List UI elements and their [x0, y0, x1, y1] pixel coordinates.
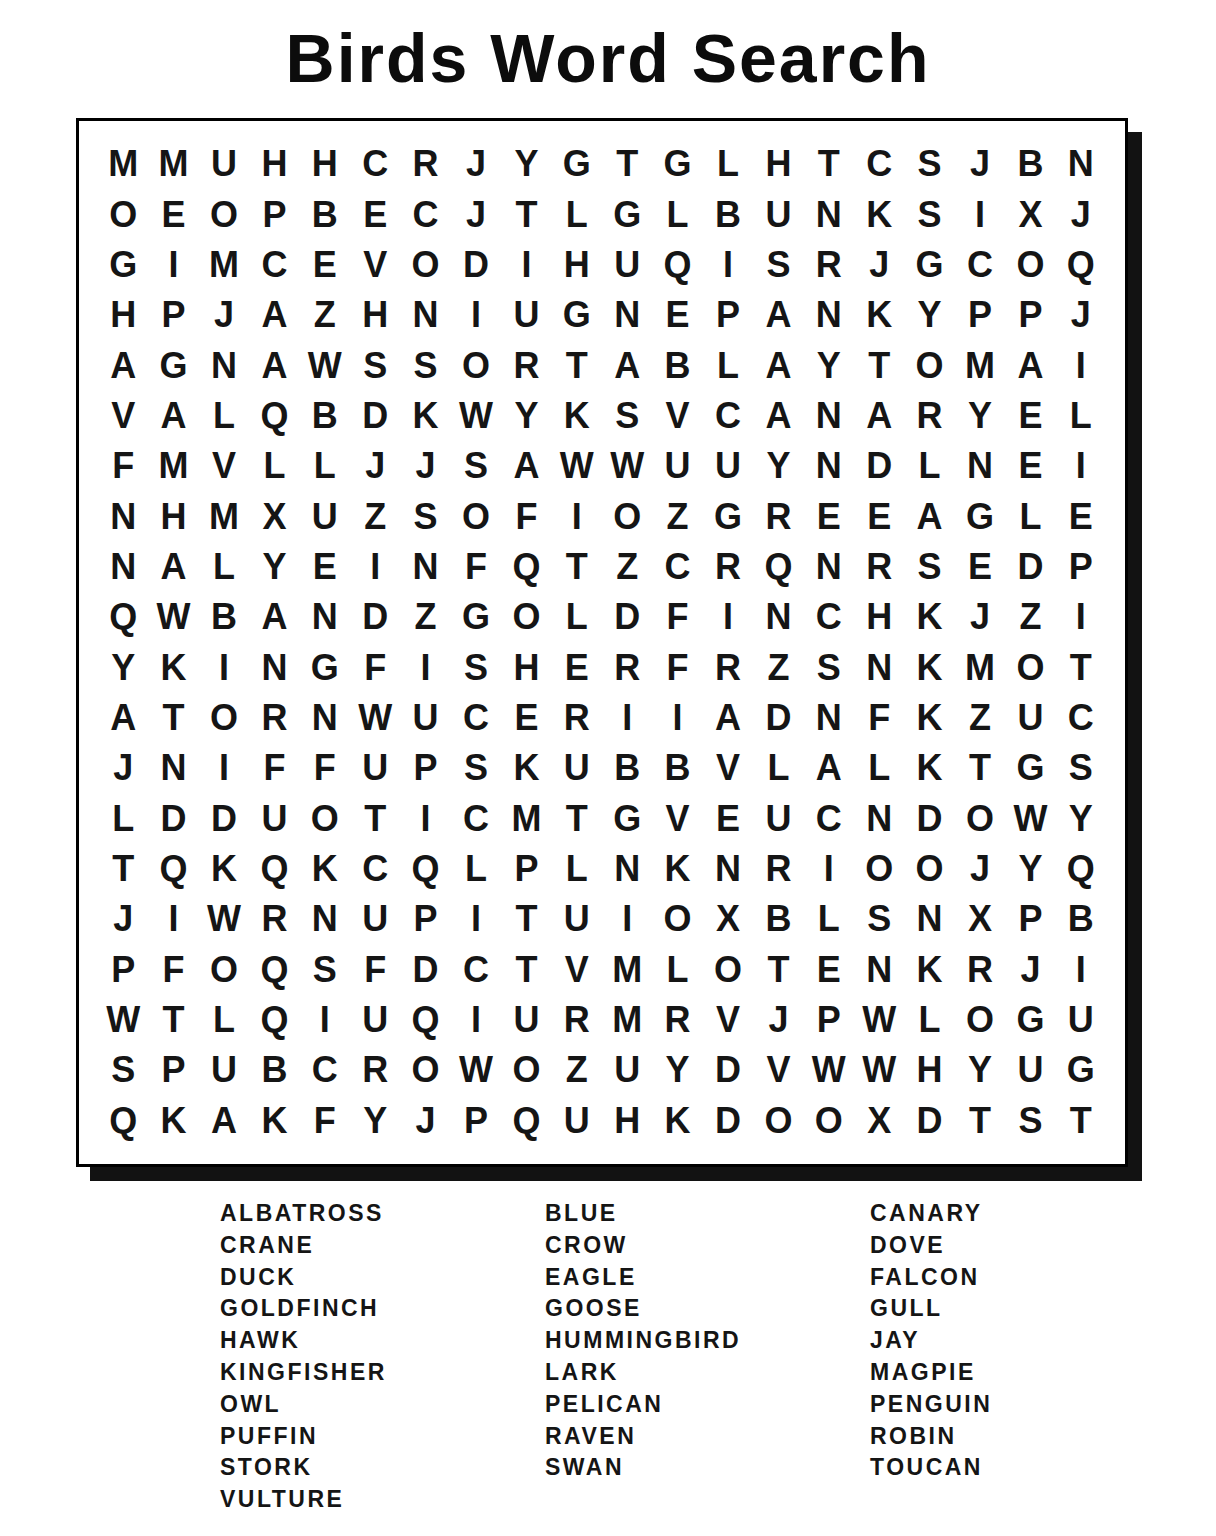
grid-cell[interactable]: R — [703, 542, 753, 592]
grid-cell[interactable]: P — [703, 290, 753, 340]
grid-cell[interactable]: W — [451, 391, 501, 441]
grid-cell[interactable]: J — [400, 441, 450, 491]
grid-cell[interactable]: O — [199, 945, 249, 995]
grid-cell[interactable]: A — [98, 693, 148, 743]
grid-cell[interactable]: C — [400, 189, 450, 239]
grid-cell[interactable]: A — [1005, 340, 1055, 390]
grid-cell[interactable]: V — [652, 391, 702, 441]
grid-cell[interactable]: I — [451, 290, 501, 340]
grid-cell[interactable]: Y — [955, 391, 1005, 441]
grid-cell[interactable]: R — [652, 995, 702, 1045]
grid-cell[interactable]: J — [1056, 290, 1106, 340]
grid-cell[interactable]: I — [804, 844, 854, 894]
grid-cell[interactable]: U — [199, 1045, 249, 1095]
grid-cell[interactable]: L — [199, 995, 249, 1045]
grid-cell[interactable]: H — [501, 642, 551, 692]
grid-cell[interactable]: B — [199, 592, 249, 642]
grid-cell[interactable]: F — [854, 693, 904, 743]
grid-cell[interactable]: A — [249, 290, 299, 340]
grid-cell[interactable]: C — [955, 240, 1005, 290]
grid-cell[interactable]: D — [904, 1096, 954, 1146]
grid-cell[interactable]: U — [552, 1096, 602, 1146]
grid-cell[interactable]: I — [350, 542, 400, 592]
grid-cell[interactable]: U — [753, 189, 803, 239]
grid-cell[interactable]: L — [904, 441, 954, 491]
grid-cell[interactable]: L — [854, 743, 904, 793]
grid-cell[interactable]: Y — [501, 139, 551, 189]
grid-cell[interactable]: A — [98, 340, 148, 390]
grid-cell[interactable]: W — [451, 1045, 501, 1095]
grid-cell[interactable]: Q — [501, 1096, 551, 1146]
grid-cell[interactable]: N — [98, 491, 148, 541]
grid-cell[interactable]: U — [1005, 1045, 1055, 1095]
grid-cell[interactable]: F — [652, 592, 702, 642]
grid-cell[interactable]: W — [1005, 794, 1055, 844]
grid-cell[interactable]: C — [652, 542, 702, 592]
grid-cell[interactable]: J — [451, 139, 501, 189]
grid-cell[interactable]: U — [350, 995, 400, 1045]
grid-cell[interactable]: R — [904, 391, 954, 441]
grid-cell[interactable]: M — [148, 139, 198, 189]
grid-cell[interactable]: P — [249, 189, 299, 239]
grid-cell[interactable]: O — [451, 491, 501, 541]
grid-cell[interactable]: R — [703, 642, 753, 692]
grid-cell[interactable]: Z — [552, 1045, 602, 1095]
grid-cell[interactable]: M — [148, 441, 198, 491]
grid-cell[interactable]: O — [602, 491, 652, 541]
grid-cell[interactable]: F — [350, 945, 400, 995]
grid-cell[interactable]: O — [1005, 642, 1055, 692]
grid-cell[interactable]: Y — [652, 1045, 702, 1095]
grid-cell[interactable]: J — [955, 592, 1005, 642]
grid-cell[interactable]: I — [1056, 340, 1106, 390]
grid-cell[interactable]: Y — [753, 441, 803, 491]
grid-cell[interactable]: U — [602, 1045, 652, 1095]
grid-cell[interactable]: Z — [753, 642, 803, 692]
grid-cell[interactable]: T — [501, 945, 551, 995]
grid-cell[interactable]: D — [602, 592, 652, 642]
grid-cell[interactable]: A — [854, 391, 904, 441]
grid-cell[interactable]: N — [804, 290, 854, 340]
grid-cell[interactable]: S — [400, 491, 450, 541]
grid-cell[interactable]: Q — [148, 844, 198, 894]
grid-cell[interactable]: F — [652, 642, 702, 692]
grid-cell[interactable]: T — [1056, 1096, 1106, 1146]
grid-cell[interactable]: C — [1056, 693, 1106, 743]
grid-cell[interactable]: M — [199, 491, 249, 541]
grid-cell[interactable]: O — [199, 693, 249, 743]
grid-cell[interactable]: I — [1056, 441, 1106, 491]
grid-cell[interactable]: J — [753, 995, 803, 1045]
grid-cell[interactable]: L — [652, 945, 702, 995]
grid-cell[interactable]: B — [300, 391, 350, 441]
grid-cell[interactable]: L — [199, 542, 249, 592]
grid-cell[interactable]: I — [148, 240, 198, 290]
grid-cell[interactable]: C — [451, 693, 501, 743]
grid-cell[interactable]: I — [1056, 592, 1106, 642]
grid-cell[interactable]: N — [804, 693, 854, 743]
grid-cell[interactable]: M — [955, 340, 1005, 390]
grid-cell[interactable]: B — [652, 340, 702, 390]
grid-cell[interactable]: B — [753, 894, 803, 944]
grid-cell[interactable]: D — [703, 1045, 753, 1095]
grid-cell[interactable]: U — [1056, 995, 1106, 1045]
grid-cell[interactable]: P — [1056, 542, 1106, 592]
grid-cell[interactable]: S — [753, 240, 803, 290]
grid-cell[interactable]: W — [148, 592, 198, 642]
grid-cell[interactable]: J — [350, 441, 400, 491]
grid-cell[interactable]: W — [602, 441, 652, 491]
grid-cell[interactable]: A — [804, 743, 854, 793]
grid-cell[interactable]: W — [350, 693, 400, 743]
grid-cell[interactable]: F — [98, 441, 148, 491]
grid-cell[interactable]: L — [904, 995, 954, 1045]
grid-cell[interactable]: G — [552, 290, 602, 340]
grid-cell[interactable]: P — [955, 290, 1005, 340]
grid-cell[interactable]: T — [148, 693, 198, 743]
grid-cell[interactable]: E — [1056, 491, 1106, 541]
grid-cell[interactable]: S — [1005, 1096, 1055, 1146]
grid-cell[interactable]: D — [753, 693, 803, 743]
grid-cell[interactable]: M — [602, 995, 652, 1045]
grid-cell[interactable]: E — [300, 542, 350, 592]
grid-cell[interactable]: R — [602, 642, 652, 692]
grid-cell[interactable]: N — [804, 189, 854, 239]
grid-cell[interactable]: I — [300, 995, 350, 1045]
grid-cell[interactable]: N — [148, 743, 198, 793]
grid-cell[interactable]: D — [703, 1096, 753, 1146]
grid-cell[interactable]: L — [451, 844, 501, 894]
grid-cell[interactable]: H — [552, 240, 602, 290]
grid-cell[interactable]: N — [854, 794, 904, 844]
grid-cell[interactable]: S — [602, 391, 652, 441]
grid-cell[interactable]: N — [199, 340, 249, 390]
grid-cell[interactable]: N — [300, 693, 350, 743]
grid-cell[interactable]: G — [602, 794, 652, 844]
grid-cell[interactable]: G — [148, 340, 198, 390]
grid-cell[interactable]: K — [854, 290, 904, 340]
grid-cell[interactable]: Y — [249, 542, 299, 592]
grid-cell[interactable]: L — [703, 340, 753, 390]
grid-cell[interactable]: I — [552, 491, 602, 541]
grid-cell[interactable]: R — [753, 491, 803, 541]
grid-cell[interactable]: E — [501, 693, 551, 743]
grid-cell[interactable]: J — [955, 844, 1005, 894]
grid-cell[interactable]: A — [753, 290, 803, 340]
grid-cell[interactable]: K — [652, 1096, 702, 1146]
grid-cell[interactable]: X — [955, 894, 1005, 944]
grid-cell[interactable]: P — [98, 945, 148, 995]
grid-cell[interactable]: D — [350, 391, 400, 441]
grid-cell[interactable]: K — [400, 391, 450, 441]
grid-cell[interactable]: G — [552, 139, 602, 189]
grid-cell[interactable]: V — [552, 945, 602, 995]
grid-cell[interactable]: K — [552, 391, 602, 441]
grid-cell[interactable]: D — [451, 240, 501, 290]
grid-cell[interactable]: X — [854, 1096, 904, 1146]
grid-cell[interactable]: S — [350, 340, 400, 390]
grid-cell[interactable]: P — [400, 743, 450, 793]
grid-cell[interactable]: B — [249, 1045, 299, 1095]
grid-cell[interactable]: D — [148, 794, 198, 844]
grid-cell[interactable]: R — [955, 945, 1005, 995]
grid-cell[interactable]: A — [703, 693, 753, 743]
grid-cell[interactable]: O — [955, 794, 1005, 844]
grid-cell[interactable]: B — [703, 189, 753, 239]
grid-cell[interactable]: N — [804, 441, 854, 491]
grid-cell[interactable]: O — [400, 1045, 450, 1095]
grid-cell[interactable]: U — [652, 441, 702, 491]
grid-cell[interactable]: O — [1005, 240, 1055, 290]
grid-cell[interactable]: S — [451, 642, 501, 692]
grid-cell[interactable]: P — [804, 995, 854, 1045]
grid-cell[interactable]: Y — [1056, 794, 1106, 844]
grid-cell[interactable]: Q — [249, 844, 299, 894]
grid-cell[interactable]: X — [1005, 189, 1055, 239]
grid-cell[interactable]: W — [98, 995, 148, 1045]
grid-cell[interactable]: Q — [652, 240, 702, 290]
grid-cell[interactable]: P — [451, 1096, 501, 1146]
grid-cell[interactable]: T — [148, 995, 198, 1045]
grid-cell[interactable]: H — [249, 139, 299, 189]
grid-cell[interactable]: R — [350, 1045, 400, 1095]
grid-cell[interactable]: T — [1056, 642, 1106, 692]
grid-cell[interactable]: L — [98, 794, 148, 844]
grid-cell[interactable]: S — [904, 189, 954, 239]
grid-cell[interactable]: I — [199, 743, 249, 793]
grid-cell[interactable]: C — [804, 592, 854, 642]
grid-cell[interactable]: U — [602, 240, 652, 290]
grid-cell[interactable]: C — [451, 945, 501, 995]
grid-cell[interactable]: Q — [249, 391, 299, 441]
grid-cell[interactable]: A — [249, 340, 299, 390]
grid-cell[interactable]: S — [98, 1045, 148, 1095]
grid-cell[interactable]: I — [1056, 945, 1106, 995]
grid-cell[interactable]: O — [501, 1045, 551, 1095]
grid-cell[interactable]: E — [1005, 391, 1055, 441]
grid-cell[interactable]: M — [602, 945, 652, 995]
grid-cell[interactable]: C — [350, 844, 400, 894]
grid-cell[interactable]: Q — [249, 995, 299, 1045]
grid-cell[interactable]: C — [854, 139, 904, 189]
grid-cell[interactable]: N — [904, 894, 954, 944]
grid-cell[interactable]: T — [552, 340, 602, 390]
grid-cell[interactable]: Y — [955, 1045, 1005, 1095]
grid-cell[interactable]: X — [249, 491, 299, 541]
grid-cell[interactable]: T — [602, 139, 652, 189]
grid-cell[interactable]: L — [300, 441, 350, 491]
grid-cell[interactable]: T — [854, 340, 904, 390]
grid-cell[interactable]: S — [451, 743, 501, 793]
grid-cell[interactable]: W — [854, 995, 904, 1045]
grid-cell[interactable]: I — [703, 592, 753, 642]
grid-cell[interactable]: M — [501, 794, 551, 844]
grid-cell[interactable]: V — [652, 794, 702, 844]
grid-cell[interactable]: A — [753, 340, 803, 390]
grid-cell[interactable]: Z — [350, 491, 400, 541]
grid-cell[interactable]: X — [703, 894, 753, 944]
grid-cell[interactable]: E — [552, 642, 602, 692]
grid-cell[interactable]: S — [904, 139, 954, 189]
grid-cell[interactable]: U — [249, 794, 299, 844]
grid-cell[interactable]: H — [854, 592, 904, 642]
grid-cell[interactable]: G — [602, 189, 652, 239]
grid-cell[interactable]: G — [652, 139, 702, 189]
grid-cell[interactable]: U — [552, 894, 602, 944]
grid-cell[interactable]: G — [451, 592, 501, 642]
grid-cell[interactable]: P — [148, 1045, 198, 1095]
grid-cell[interactable]: B — [602, 743, 652, 793]
grid-cell[interactable]: Y — [904, 290, 954, 340]
grid-cell[interactable]: G — [1005, 743, 1055, 793]
grid-cell[interactable]: E — [300, 240, 350, 290]
grid-cell[interactable]: I — [400, 794, 450, 844]
grid-cell[interactable]: H — [904, 1045, 954, 1095]
grid-cell[interactable]: V — [703, 995, 753, 1045]
grid-cell[interactable]: Z — [300, 290, 350, 340]
grid-cell[interactable]: G — [300, 642, 350, 692]
grid-cell[interactable]: G — [1056, 1045, 1106, 1095]
grid-cell[interactable]: I — [602, 894, 652, 944]
grid-cell[interactable]: K — [904, 693, 954, 743]
grid-cell[interactable]: E — [652, 290, 702, 340]
grid-cell[interactable]: O — [501, 592, 551, 642]
grid-cell[interactable]: I — [955, 189, 1005, 239]
grid-cell[interactable]: O — [199, 189, 249, 239]
grid-cell[interactable]: G — [904, 240, 954, 290]
grid-cell[interactable]: K — [300, 844, 350, 894]
grid-cell[interactable]: E — [854, 491, 904, 541]
grid-cell[interactable]: N — [804, 391, 854, 441]
grid-cell[interactable]: I — [703, 240, 753, 290]
grid-cell[interactable]: O — [854, 844, 904, 894]
grid-cell[interactable]: E — [703, 794, 753, 844]
grid-cell[interactable]: T — [955, 1096, 1005, 1146]
grid-cell[interactable]: U — [350, 743, 400, 793]
grid-cell[interactable]: O — [98, 189, 148, 239]
grid-cell[interactable]: P — [1005, 894, 1055, 944]
grid-cell[interactable]: A — [904, 491, 954, 541]
grid-cell[interactable]: J — [854, 240, 904, 290]
grid-cell[interactable]: U — [400, 693, 450, 743]
grid-cell[interactable]: O — [904, 340, 954, 390]
grid-cell[interactable]: Q — [98, 592, 148, 642]
grid-cell[interactable]: M — [199, 240, 249, 290]
grid-cell[interactable]: S — [300, 945, 350, 995]
grid-cell[interactable]: R — [854, 542, 904, 592]
grid-cell[interactable]: K — [148, 1096, 198, 1146]
grid-cell[interactable]: H — [300, 139, 350, 189]
grid-cell[interactable]: R — [753, 844, 803, 894]
grid-cell[interactable]: F — [451, 542, 501, 592]
grid-cell[interactable]: R — [249, 693, 299, 743]
grid-cell[interactable]: U — [703, 441, 753, 491]
grid-cell[interactable]: V — [350, 240, 400, 290]
grid-cell[interactable]: S — [904, 542, 954, 592]
grid-cell[interactable]: M — [955, 642, 1005, 692]
grid-cell[interactable]: U — [552, 743, 602, 793]
grid-cell[interactable]: L — [703, 139, 753, 189]
grid-cell[interactable]: B — [652, 743, 702, 793]
grid-cell[interactable]: K — [501, 743, 551, 793]
grid-cell[interactable]: G — [703, 491, 753, 541]
grid-cell[interactable]: K — [904, 592, 954, 642]
grid-cell[interactable]: O — [703, 945, 753, 995]
grid-cell[interactable]: K — [904, 743, 954, 793]
grid-cell[interactable]: L — [1056, 391, 1106, 441]
grid-cell[interactable]: I — [602, 693, 652, 743]
grid-cell[interactable]: W — [552, 441, 602, 491]
grid-cell[interactable]: H — [602, 1096, 652, 1146]
grid-cell[interactable]: S — [451, 441, 501, 491]
grid-cell[interactable]: U — [1005, 693, 1055, 743]
grid-cell[interactable]: Y — [804, 340, 854, 390]
grid-cell[interactable]: W — [199, 894, 249, 944]
grid-cell[interactable]: W — [300, 340, 350, 390]
grid-cell[interactable]: R — [400, 139, 450, 189]
grid-cell[interactable]: Q — [501, 542, 551, 592]
grid-cell[interactable]: E — [350, 189, 400, 239]
grid-cell[interactable]: F — [501, 491, 551, 541]
grid-cell[interactable]: K — [148, 642, 198, 692]
grid-cell[interactable]: E — [804, 945, 854, 995]
grid-cell[interactable]: N — [753, 592, 803, 642]
grid-cell[interactable]: T — [552, 794, 602, 844]
grid-cell[interactable]: L — [199, 391, 249, 441]
grid-cell[interactable]: H — [753, 139, 803, 189]
grid-cell[interactable]: T — [350, 794, 400, 844]
grid-cell[interactable]: K — [249, 1096, 299, 1146]
grid-cell[interactable]: U — [501, 290, 551, 340]
grid-cell[interactable]: E — [804, 491, 854, 541]
grid-cell[interactable]: I — [451, 995, 501, 1045]
grid-cell[interactable]: N — [602, 844, 652, 894]
grid-cell[interactable]: L — [1005, 491, 1055, 541]
grid-cell[interactable]: S — [854, 894, 904, 944]
grid-cell[interactable]: D — [350, 592, 400, 642]
grid-cell[interactable]: O — [652, 894, 702, 944]
grid-cell[interactable]: N — [249, 642, 299, 692]
grid-cell[interactable]: L — [804, 894, 854, 944]
grid-cell[interactable]: A — [148, 542, 198, 592]
grid-cell[interactable]: T — [804, 139, 854, 189]
grid-cell[interactable]: N — [955, 441, 1005, 491]
grid-cell[interactable]: C — [350, 139, 400, 189]
grid-cell[interactable]: Y — [1005, 844, 1055, 894]
grid-cell[interactable]: I — [451, 894, 501, 944]
grid-cell[interactable]: E — [148, 189, 198, 239]
grid-cell[interactable]: I — [148, 894, 198, 944]
grid-cell[interactable]: Q — [1056, 240, 1106, 290]
grid-cell[interactable]: R — [249, 894, 299, 944]
grid-cell[interactable]: E — [955, 542, 1005, 592]
grid-cell[interactable]: J — [199, 290, 249, 340]
grid-cell[interactable]: F — [350, 642, 400, 692]
grid-cell[interactable]: O — [904, 844, 954, 894]
grid-cell[interactable]: L — [552, 844, 602, 894]
grid-cell[interactable]: N — [804, 542, 854, 592]
grid-cell[interactable]: O — [300, 794, 350, 844]
grid-cell[interactable]: I — [652, 693, 702, 743]
grid-cell[interactable]: T — [753, 945, 803, 995]
grid-cell[interactable]: R — [552, 693, 602, 743]
grid-cell[interactable]: V — [753, 1045, 803, 1095]
grid-cell[interactable]: V — [199, 441, 249, 491]
grid-cell[interactable]: D — [854, 441, 904, 491]
grid-cell[interactable]: Y — [98, 642, 148, 692]
grid-cell[interactable]: N — [703, 844, 753, 894]
grid-cell[interactable]: I — [199, 642, 249, 692]
